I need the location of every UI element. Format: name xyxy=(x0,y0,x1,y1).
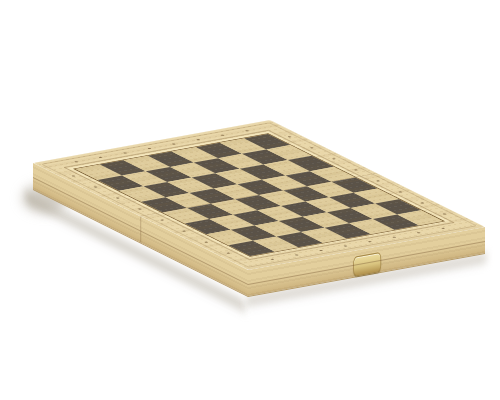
hinge-seam-line xyxy=(141,216,142,242)
product-photo-scene xyxy=(0,0,500,400)
brass-latch-icon xyxy=(353,252,381,277)
